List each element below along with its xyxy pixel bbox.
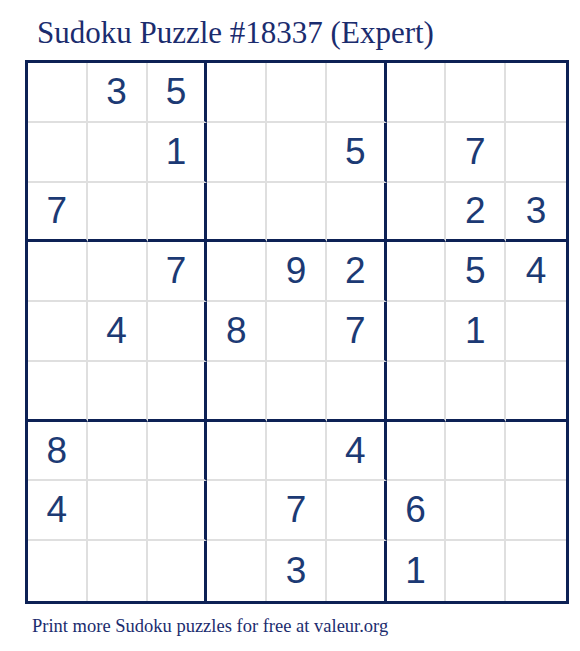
cell-r4c5: 9: [267, 242, 327, 302]
cell-r1c2: 3: [88, 63, 148, 123]
cell-r5c8: 1: [446, 302, 506, 362]
cell-r8c3[interactable]: [148, 481, 208, 541]
cell-r6c7[interactable]: [387, 362, 447, 422]
cell-r6c2[interactable]: [88, 362, 148, 422]
cell-r1c5[interactable]: [267, 63, 327, 123]
cell-r2c7[interactable]: [387, 123, 447, 183]
cell-r7c2[interactable]: [88, 422, 148, 482]
cell-r2c2[interactable]: [88, 123, 148, 183]
cell-r5c1[interactable]: [28, 302, 88, 362]
cell-r9c9[interactable]: [506, 541, 566, 601]
cell-r8c2[interactable]: [88, 481, 148, 541]
cell-r9c4[interactable]: [207, 541, 267, 601]
footer-text: Print more Sudoku puzzles for free at va…: [32, 616, 388, 637]
cell-r5c7[interactable]: [387, 302, 447, 362]
cell-r5c5[interactable]: [267, 302, 327, 362]
cell-r5c2: 4: [88, 302, 148, 362]
cell-r2c3: 1: [148, 123, 208, 183]
cell-r7c5[interactable]: [267, 422, 327, 482]
cell-r7c3[interactable]: [148, 422, 208, 482]
cell-r4c8: 5: [446, 242, 506, 302]
cell-r4c6: 2: [327, 242, 387, 302]
cell-r9c2[interactable]: [88, 541, 148, 601]
cell-r4c3: 7: [148, 242, 208, 302]
cell-r1c7[interactable]: [387, 63, 447, 123]
cell-r9c7: 1: [387, 541, 447, 601]
cell-r5c6: 7: [327, 302, 387, 362]
cell-r8c9[interactable]: [506, 481, 566, 541]
cell-r9c1[interactable]: [28, 541, 88, 601]
cell-r2c4[interactable]: [207, 123, 267, 183]
cell-r2c5[interactable]: [267, 123, 327, 183]
cell-r5c4: 8: [207, 302, 267, 362]
cell-r6c5[interactable]: [267, 362, 327, 422]
cell-r7c6: 4: [327, 422, 387, 482]
cell-r2c8: 7: [446, 123, 506, 183]
cell-r3c1: 7: [28, 183, 88, 243]
cell-r2c6: 5: [327, 123, 387, 183]
cell-r4c2[interactable]: [88, 242, 148, 302]
cell-r3c4[interactable]: [207, 183, 267, 243]
cell-r8c1: 4: [28, 481, 88, 541]
cell-r8c6[interactable]: [327, 481, 387, 541]
cell-r5c3[interactable]: [148, 302, 208, 362]
cell-r1c3: 5: [148, 63, 208, 123]
cell-r4c4[interactable]: [207, 242, 267, 302]
cell-r8c4[interactable]: [207, 481, 267, 541]
cell-r1c8[interactable]: [446, 63, 506, 123]
cell-r7c7[interactable]: [387, 422, 447, 482]
cell-r3c5[interactable]: [267, 183, 327, 243]
cell-r4c9: 4: [506, 242, 566, 302]
cell-r5c9[interactable]: [506, 302, 566, 362]
cell-r6c3[interactable]: [148, 362, 208, 422]
cell-r9c8[interactable]: [446, 541, 506, 601]
cell-r8c7: 6: [387, 481, 447, 541]
cell-r2c1[interactable]: [28, 123, 88, 183]
cell-r6c9[interactable]: [506, 362, 566, 422]
cell-r1c9[interactable]: [506, 63, 566, 123]
cell-r3c7[interactable]: [387, 183, 447, 243]
cell-r3c3[interactable]: [148, 183, 208, 243]
cell-r7c1: 8: [28, 422, 88, 482]
cell-r6c1[interactable]: [28, 362, 88, 422]
cell-r4c7[interactable]: [387, 242, 447, 302]
cell-r9c6[interactable]: [327, 541, 387, 601]
cell-r3c9: 3: [506, 183, 566, 243]
cell-r8c8[interactable]: [446, 481, 506, 541]
puzzle-title: Sudoku Puzzle #18337 (Expert): [37, 15, 434, 51]
cell-r7c9[interactable]: [506, 422, 566, 482]
sudoku-board: 351577237925448718447631: [25, 60, 569, 604]
cell-r7c8[interactable]: [446, 422, 506, 482]
cell-r6c6[interactable]: [327, 362, 387, 422]
cell-r3c8: 2: [446, 183, 506, 243]
cell-r1c6[interactable]: [327, 63, 387, 123]
cell-r3c6[interactable]: [327, 183, 387, 243]
cell-r6c4[interactable]: [207, 362, 267, 422]
cell-r1c4[interactable]: [207, 63, 267, 123]
cell-r3c2[interactable]: [88, 183, 148, 243]
cell-r8c5: 7: [267, 481, 327, 541]
cell-r9c3[interactable]: [148, 541, 208, 601]
cell-r9c5: 3: [267, 541, 327, 601]
cell-r1c1[interactable]: [28, 63, 88, 123]
cell-r6c8[interactable]: [446, 362, 506, 422]
cell-r2c9[interactable]: [506, 123, 566, 183]
cell-r7c4[interactable]: [207, 422, 267, 482]
cell-r4c1[interactable]: [28, 242, 88, 302]
